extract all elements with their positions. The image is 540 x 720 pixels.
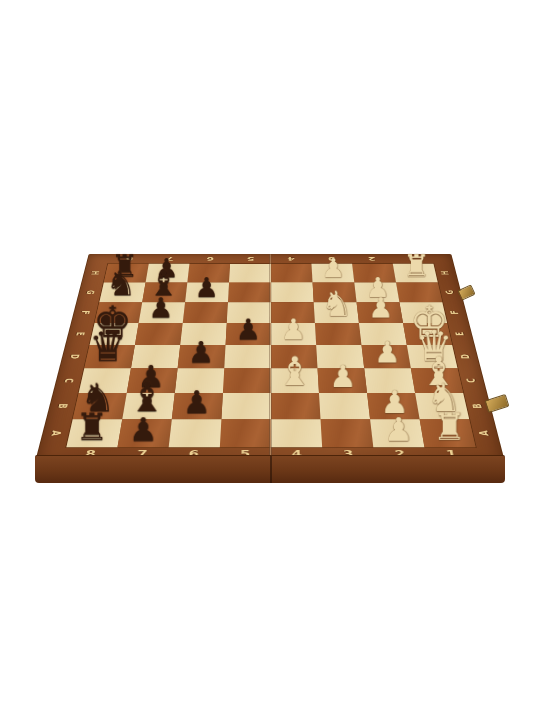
piece-white-pawn-h3[interactable]: ♟	[321, 255, 345, 281]
coordinate-label: 5	[230, 255, 271, 262]
piece-white-pawn-c3[interactable]: ♟	[329, 361, 356, 391]
board-frame: ♜♟♟♜♞♝♟♟♟♞♟♚♟♟♚♛♟♟♛♟♝♟♝♞♝♟♟♞♜♟♟♜ 8765432…	[35, 254, 505, 462]
chess-scene: ♜♟♟♜♞♝♟♟♟♞♟♚♟♟♚♛♟♟♛♟♝♟♝♞♝♟♟♞♜♟♟♜ 8765432…	[35, 0, 505, 462]
rail-fold-seam	[270, 456, 272, 483]
square-g5[interactable]	[228, 282, 271, 302]
square-g4[interactable]	[271, 282, 314, 302]
piece-black-pawn-g6[interactable]: ♟	[194, 274, 218, 301]
square-b5[interactable]	[221, 393, 271, 419]
piece-black-pawn-e5[interactable]: ♟	[235, 315, 261, 344]
piece-white-bishop-c4[interactable]: ♝	[277, 352, 313, 392]
square-a5[interactable]	[220, 419, 271, 447]
square-e4[interactable]: ♟	[271, 323, 316, 345]
piece-white-pawn-a2[interactable]: ♟	[384, 413, 413, 445]
piece-black-pawn-a7[interactable]: ♟	[129, 413, 158, 445]
square-f2[interactable]: ♟	[357, 302, 403, 323]
square-e7[interactable]	[135, 323, 183, 345]
chess-board-plane: ♜♟♟♜♞♝♟♟♟♞♟♚♟♟♚♛♟♟♛♟♝♟♝♞♝♟♟♞♜♟♟♜ 8765432…	[35, 254, 505, 462]
piece-white-pawn-d2[interactable]: ♟	[374, 337, 401, 367]
square-f7[interactable]: ♟	[139, 302, 185, 323]
coordinate-label: 4	[271, 255, 312, 262]
piece-white-pawn-e4[interactable]: ♟	[281, 315, 307, 344]
square-c3[interactable]: ♟	[318, 368, 368, 393]
square-a6[interactable]	[169, 419, 222, 447]
square-a2[interactable]: ♟	[370, 419, 424, 447]
square-b6[interactable]: ♟	[172, 393, 223, 419]
square-h1[interactable]: ♜	[393, 264, 438, 283]
piece-black-pawn-f7[interactable]: ♟	[148, 294, 173, 322]
square-a3[interactable]	[321, 419, 374, 447]
square-h5[interactable]	[229, 264, 271, 283]
coordinate-label: 6	[190, 255, 231, 262]
square-e3[interactable]	[315, 323, 362, 345]
square-d8[interactable]: ♛	[84, 345, 135, 368]
square-f3[interactable]: ♞	[314, 302, 359, 323]
square-a4[interactable]	[271, 419, 322, 447]
coordinate-label: 2	[351, 255, 392, 262]
square-d6[interactable]: ♟	[178, 345, 226, 368]
square-h3[interactable]: ♟	[311, 264, 354, 283]
square-c5[interactable]	[223, 368, 271, 393]
piece-white-rook-h1[interactable]: ♜	[403, 251, 430, 281]
piece-black-queen-d8[interactable]: ♛	[89, 325, 127, 367]
square-a8[interactable]: ♜	[66, 419, 122, 447]
square-b3[interactable]	[319, 393, 370, 419]
piece-white-pawn-f2[interactable]: ♟	[368, 294, 393, 322]
square-a1[interactable]: ♜	[420, 419, 476, 447]
square-b4[interactable]	[271, 393, 321, 419]
board-side-rail	[35, 455, 505, 483]
square-c4[interactable]: ♝	[271, 368, 319, 393]
piece-black-pawn-b6[interactable]: ♟	[183, 386, 211, 417]
square-d5[interactable]	[224, 345, 271, 368]
piece-white-knight-f3[interactable]: ♞	[321, 287, 352, 322]
square-e5[interactable]: ♟	[226, 323, 271, 345]
piece-black-rook-a8[interactable]: ♜	[76, 408, 109, 445]
square-h4[interactable]	[271, 264, 313, 283]
square-f6[interactable]	[183, 302, 228, 323]
square-g6[interactable]: ♟	[185, 282, 229, 302]
piece-black-pawn-d6[interactable]: ♟	[188, 337, 215, 367]
square-d2[interactable]: ♟	[362, 345, 411, 368]
piece-white-rook-a1[interactable]: ♜	[433, 408, 466, 445]
square-a7[interactable]: ♟	[117, 419, 171, 447]
